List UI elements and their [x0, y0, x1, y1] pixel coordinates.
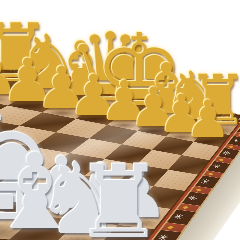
piece-gold-pawn[interactable]: ♟	[185, 94, 231, 146]
pieces-layer: ♜♞♝♛♚♝♞♜♟♟♟♟♟♟♟♟♟♟♟♟♟♟♟♟♜♞♝♛♚♝♞♜	[0, 0, 240, 240]
piece-silver-rook[interactable]: ♜	[74, 152, 164, 240]
product-photo: ✳◆✳◆✳◆✳◆✳◆✳◆✳◆✳◆✳◆✳◆✳◆✳◆✳◆✳◆✳◆✳◆✳◆✳◆✳◆✳◆…	[0, 0, 240, 240]
